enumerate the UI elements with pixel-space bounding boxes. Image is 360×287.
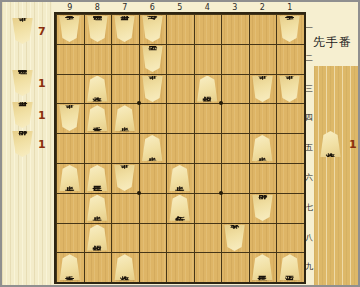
board-square-6-8[interactable] xyxy=(139,223,167,253)
star-point xyxy=(219,191,223,195)
board-square-7-7[interactable] xyxy=(111,193,139,223)
board-square-3-5[interactable] xyxy=(221,133,249,163)
board-square-5-2[interactable] xyxy=(166,44,194,74)
board-square-1-6[interactable] xyxy=(276,163,304,193)
board-square-8-2[interactable] xyxy=(84,44,112,74)
rank-label-5: 五 xyxy=(304,142,314,153)
shogi-piece-gote[interactable]: 飛車 xyxy=(11,70,34,96)
board-square-7-3[interactable] xyxy=(111,74,139,104)
shogi-board: 香車飛車桂馬角行香車玉将金将歩兵銀将歩兵歩兵歩兵香車歩兵歩兵歩兵歩兵桂馬歩兵歩兵… xyxy=(54,12,306,284)
rank-label-6: 六 xyxy=(304,172,314,183)
sente-hand-count: 1 xyxy=(349,138,357,151)
shogi-diagram: 歩兵7飛車1桂馬1銀将1 先手番 金将1 987654321 一二三四五六七八九… xyxy=(0,0,360,287)
board-square-3-9[interactable] xyxy=(221,252,249,282)
board-square-1-7[interactable] xyxy=(276,193,304,223)
board-square-2-6[interactable] xyxy=(249,163,277,193)
file-label-9: 9 xyxy=(56,3,84,12)
board-square-9-2[interactable] xyxy=(56,44,84,74)
board-square-5-3[interactable] xyxy=(166,74,194,104)
board-square-7-2[interactable] xyxy=(111,44,139,74)
board-square-4-9[interactable] xyxy=(194,252,222,282)
board-square-8-9[interactable] xyxy=(84,252,112,282)
board-square-5-1[interactable] xyxy=(166,14,194,44)
board-square-2-2[interactable] xyxy=(249,44,277,74)
board-square-9-5[interactable] xyxy=(56,133,84,163)
rank-label-3: 三 xyxy=(304,83,314,94)
rank-label-2: 二 xyxy=(304,53,314,64)
rank-label-9: 九 xyxy=(304,261,314,272)
star-point xyxy=(137,191,141,195)
file-label-2: 2 xyxy=(249,3,277,12)
board-square-4-7[interactable] xyxy=(194,193,222,223)
file-label-4: 4 xyxy=(194,3,222,12)
gote-hand-count: 1 xyxy=(38,77,46,90)
rank-label-1: 一 xyxy=(304,23,314,34)
gote-hand-count: 1 xyxy=(38,138,46,151)
sente-hand-tray: 金将1 xyxy=(314,66,360,285)
star-point xyxy=(137,101,141,105)
board-square-7-8[interactable] xyxy=(111,223,139,253)
board-square-1-4[interactable] xyxy=(276,103,304,133)
file-label-3: 3 xyxy=(221,3,249,12)
file-label-5: 5 xyxy=(166,3,194,12)
board-square-4-6[interactable] xyxy=(194,163,222,193)
board-square-6-4[interactable] xyxy=(139,103,167,133)
board-square-3-6[interactable] xyxy=(221,163,249,193)
board-square-7-5[interactable] xyxy=(111,133,139,163)
board-square-4-2[interactable] xyxy=(194,44,222,74)
board-square-2-4[interactable] xyxy=(249,103,277,133)
board-square-5-4[interactable] xyxy=(166,103,194,133)
board-square-6-6[interactable] xyxy=(139,163,167,193)
board-square-4-1[interactable] xyxy=(194,14,222,44)
board-square-3-7[interactable] xyxy=(221,193,249,223)
board-square-3-1[interactable] xyxy=(221,14,249,44)
shogi-piece-gote[interactable]: 歩兵 xyxy=(11,18,34,44)
board-square-5-8[interactable] xyxy=(166,223,194,253)
board-square-6-9[interactable] xyxy=(139,252,167,282)
board-square-1-2[interactable] xyxy=(276,44,304,74)
turn-indicator: 先手番 xyxy=(313,34,352,51)
rank-label-4: 四 xyxy=(304,112,314,123)
board-square-4-5[interactable] xyxy=(194,133,222,163)
file-label-1: 1 xyxy=(276,3,304,12)
board-square-3-4[interactable] xyxy=(221,103,249,133)
shogi-piece-sente[interactable]: 金将 xyxy=(319,131,342,157)
file-label-8: 8 xyxy=(84,3,112,12)
shogi-piece-gote[interactable]: 銀将 xyxy=(11,131,34,157)
shogi-piece-gote[interactable]: 桂馬 xyxy=(11,102,34,128)
gote-hand-tray: 歩兵7飛車1桂馬1銀将1 xyxy=(2,2,52,285)
board-square-1-5[interactable] xyxy=(276,133,304,163)
file-label-7: 7 xyxy=(111,3,139,12)
board-square-3-3[interactable] xyxy=(221,74,249,104)
board-square-5-9[interactable] xyxy=(166,252,194,282)
gote-hand-count: 7 xyxy=(38,25,46,38)
board-square-2-1[interactable] xyxy=(249,14,277,44)
board-square-6-7[interactable] xyxy=(139,193,167,223)
board-square-8-5[interactable] xyxy=(84,133,112,163)
board-square-9-8[interactable] xyxy=(56,223,84,253)
board-square-4-8[interactable] xyxy=(194,223,222,253)
board-square-2-8[interactable] xyxy=(249,223,277,253)
rank-label-7: 七 xyxy=(304,202,314,213)
board-square-3-2[interactable] xyxy=(221,44,249,74)
board-square-4-4[interactable] xyxy=(194,103,222,133)
gote-hand-count: 1 xyxy=(38,109,46,122)
board-square-5-5[interactable] xyxy=(166,133,194,163)
rank-label-8: 八 xyxy=(304,232,314,243)
board-square-9-3[interactable] xyxy=(56,74,84,104)
board-square-1-8[interactable] xyxy=(276,223,304,253)
file-label-6: 6 xyxy=(139,3,167,12)
board-square-9-7[interactable] xyxy=(56,193,84,223)
